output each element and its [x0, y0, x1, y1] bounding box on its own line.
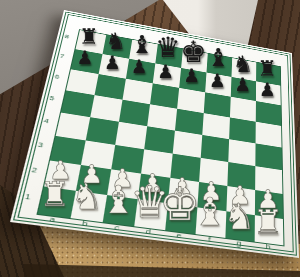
- rank-label-4: 4: [34, 108, 58, 134]
- piece-black-knight-b8[interactable]: ♞: [104, 30, 127, 53]
- file-label-f: f: [194, 232, 225, 248]
- piece-black-pawn-g7[interactable]: ♟: [233, 76, 252, 95]
- piece-black-pawn-h7[interactable]: ♟: [258, 81, 277, 100]
- rank-label-5: 5: [40, 86, 63, 111]
- piece-black-pawn-b7[interactable]: ♟: [103, 54, 122, 73]
- file-label-h: h: [254, 240, 283, 255]
- piece-black-rook-h8[interactable]: ♜: [256, 58, 278, 80]
- piece-white-rook-a1[interactable]: ♜: [38, 177, 72, 211]
- piece-black-pawn-d7[interactable]: ♟: [156, 63, 175, 82]
- piece-black-pawn-a7[interactable]: ♟: [76, 49, 95, 68]
- piece-black-rook-a8[interactable]: ♜: [78, 26, 100, 48]
- piece-black-king-e8[interactable]: ♚: [179, 38, 208, 67]
- piece-black-knight-g8[interactable]: ♞: [232, 53, 255, 76]
- piece-black-pawn-f7[interactable]: ♟: [208, 72, 227, 91]
- piece-black-pawn-c7[interactable]: ♟: [130, 58, 149, 77]
- piece-black-bishop-f8[interactable]: ♝: [206, 46, 231, 71]
- rank-label-7: 7: [51, 45, 73, 68]
- piece-black-pawn-e7[interactable]: ♟: [182, 67, 201, 86]
- piece-white-rook-h1[interactable]: ♜: [251, 205, 285, 239]
- chess-photo-scene: abcdefgh87654321 ♜♞♝♛♚♝♞♜♟♟♟♟♟♟♟♟♟♟♟♟♟♟♟…: [0, 0, 300, 277]
- piece-black-bishop-c8[interactable]: ♝: [130, 33, 155, 58]
- rank-label-6: 6: [46, 65, 68, 89]
- file-label-g: g: [224, 236, 254, 252]
